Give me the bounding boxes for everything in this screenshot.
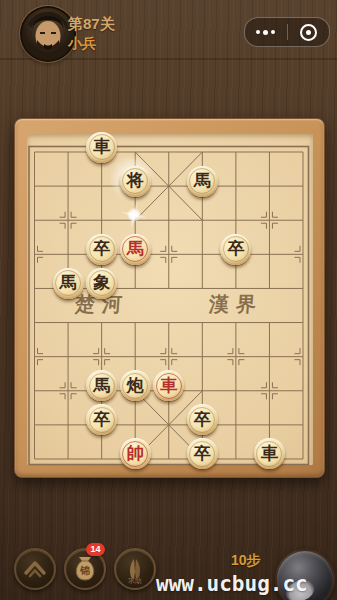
chevron-up-icon [22,556,48,582]
watermark-text: www.ucbug.cc [156,572,308,596]
menu-expand-button[interactable] [14,548,56,590]
piece-black-elephant[interactable]: 象 [86,268,117,299]
piece-red-horse[interactable]: 馬 [120,234,151,265]
app-screen: 第87关 小兵 楚河 漢界 車将馬卒馬卒馬象馬炮車卒卒帥卒車 锦 14 [0,0,337,600]
ask-help-label: 求助 [116,576,154,586]
hint-count-badge: 14 [86,543,105,556]
piece-black-soldier[interactable]: 卒 [187,404,218,435]
piece-character: 将 [127,172,144,189]
level-label: 第87关 [68,15,115,34]
piece-character: 馬 [194,172,211,189]
piece-character: 卒 [93,240,110,257]
piece-character: 卒 [194,445,211,462]
xiangqi-board[interactable]: 楚河 漢界 車将馬卒馬卒馬象馬炮車卒卒帥卒車 [14,118,325,478]
piece-black-horse[interactable]: 馬 [187,166,218,197]
steps-counter: 10步 [231,552,261,570]
piece-character: 車 [160,377,177,394]
board-grid-svg [15,119,324,477]
more-dots-icon [256,30,275,35]
piece-red-general[interactable]: 帥 [120,438,151,469]
piece-character: 帥 [127,445,144,462]
piece-character: 卒 [227,240,244,257]
piece-black-soldier[interactable]: 卒 [86,234,117,265]
avatar-portrait-image [22,8,74,60]
ask-help-button[interactable]: 求助 [114,548,156,590]
piece-character: 馬 [60,274,77,291]
piece-black-general[interactable]: 将 [120,166,151,197]
piece-black-horse[interactable]: 馬 [53,268,84,299]
piece-character: 炮 [127,377,144,394]
piece-character: 卒 [194,411,211,428]
piece-black-soldier[interactable]: 卒 [220,234,251,265]
miniprogram-capsule [244,17,330,47]
piece-character: 馬 [93,377,110,394]
piece-character: 車 [93,138,110,155]
piece-character: 馬 [127,240,144,257]
river-label-han: 漢界 [208,291,264,318]
close-button[interactable] [288,18,330,46]
stage-name-label: 小兵 [68,35,96,53]
piece-black-cannon[interactable]: 炮 [120,370,151,401]
money-bag-icon: 锦 [70,554,100,584]
piece-character: 卒 [93,411,110,428]
piece-character: 車 [261,445,278,462]
more-button[interactable] [245,18,287,46]
close-circle-icon [300,24,317,41]
piece-black-chariot[interactable]: 車 [86,132,117,163]
svg-text:锦: 锦 [79,565,90,576]
piece-character: 象 [93,274,110,291]
